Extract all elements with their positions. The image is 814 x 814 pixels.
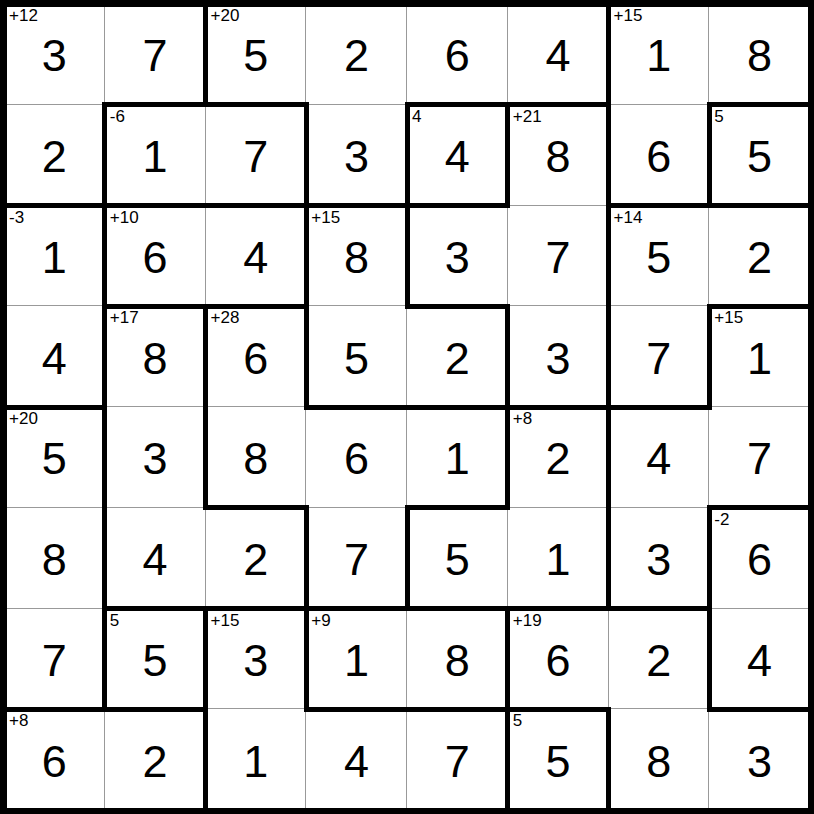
cage-border — [405, 808, 511, 813]
cage-border — [2, 102, 7, 208]
cell-value: 4 — [105, 508, 206, 609]
cage-border — [606, 405, 712, 410]
cell-r2c7[interactable]: 2 — [709, 206, 810, 307]
cage-border — [606, 203, 611, 309]
cell-r2c3[interactable]: +158 — [306, 206, 407, 307]
cage-border — [505, 102, 510, 208]
cage-border — [304, 606, 309, 712]
cell-r4c4[interactable]: 1 — [407, 407, 508, 508]
cell-value: 3 — [709, 709, 810, 810]
cell-r3c3[interactable]: 5 — [306, 306, 407, 407]
cage-border — [707, 203, 813, 208]
cage-border — [808, 2, 813, 108]
cell-r2c0[interactable]: -31 — [4, 206, 105, 307]
cage-border — [606, 707, 611, 813]
cell-r0c3[interactable]: 2 — [306, 4, 407, 105]
cell-r3c2[interactable]: +286 — [206, 306, 307, 407]
cage-clue: +15 — [311, 208, 340, 228]
cage-clue: -2 — [714, 510, 729, 530]
cell-value: 2 — [306, 4, 407, 105]
cell-value: 4 — [709, 609, 810, 710]
cell-r2c2[interactable]: 4 — [206, 206, 307, 307]
cell-value: 4 — [508, 4, 609, 105]
cell-value: 3 — [407, 206, 508, 307]
cell-r3c1[interactable]: +178 — [105, 306, 206, 407]
cage-border — [606, 2, 611, 108]
cage-border — [203, 606, 208, 712]
cell-r5c3[interactable]: 7 — [306, 508, 407, 609]
cell-r6c1[interactable]: 55 — [105, 609, 206, 710]
cell-r0c7[interactable]: 8 — [709, 4, 810, 105]
cell-r6c4[interactable]: 8 — [407, 609, 508, 710]
cell-r3c5[interactable]: 3 — [508, 306, 609, 407]
cage-border — [707, 102, 712, 208]
cell-r1c3[interactable]: 3 — [306, 105, 407, 206]
cell-r0c0[interactable]: +123 — [4, 4, 105, 105]
cell-r7c7[interactable]: 3 — [709, 709, 810, 810]
cage-border — [102, 102, 107, 208]
cell-value: 7 — [306, 508, 407, 609]
cell-r7c4[interactable]: 7 — [407, 709, 508, 810]
cell-value: 7 — [206, 105, 307, 206]
cell-value: 8 — [206, 407, 307, 508]
cage-border — [707, 606, 712, 712]
cell-r0c4[interactable]: 6 — [407, 4, 508, 105]
cage-border — [2, 808, 108, 813]
cage-clue: +15 — [211, 611, 240, 631]
cell-r1c6[interactable]: 6 — [609, 105, 710, 206]
cell-value: 1 — [407, 407, 508, 508]
cage-clue: +9 — [311, 611, 330, 631]
cage-clue: +10 — [110, 208, 139, 228]
cage-border — [203, 505, 309, 510]
cell-value: 5 — [105, 609, 206, 710]
cage-border — [203, 405, 208, 511]
cell-value: 2 — [709, 206, 810, 307]
cell-r5c1[interactable]: 4 — [105, 508, 206, 609]
cage-border — [505, 606, 510, 712]
cage-border — [304, 304, 309, 410]
cell-value: 7 — [407, 709, 508, 810]
cell-value: 6 — [609, 105, 710, 206]
cage-border — [707, 304, 712, 410]
cell-r5c4[interactable]: 5 — [407, 508, 508, 609]
cage-border — [203, 304, 208, 410]
cage-border — [102, 707, 208, 712]
cage-border — [505, 304, 510, 410]
cage-border — [405, 203, 511, 208]
cell-r6c6[interactable]: 2 — [609, 609, 710, 710]
cell-value: 4 — [609, 407, 710, 508]
cage-border — [304, 405, 410, 410]
cell-r4c3[interactable]: 6 — [306, 407, 407, 508]
cage-clue: +28 — [211, 308, 240, 328]
cage-border — [606, 606, 712, 611]
cell-r5c2[interactable]: 2 — [206, 508, 307, 609]
cage-clue: +8 — [513, 409, 532, 429]
cage-clue: +12 — [9, 6, 38, 26]
cell-value: 5 — [407, 508, 508, 609]
cell-value: 2 — [4, 105, 105, 206]
cell-r7c0[interactable]: +86 — [4, 709, 105, 810]
cage-border — [203, 203, 309, 208]
cage-clue: 4 — [412, 107, 421, 127]
cell-r4c6[interactable]: 4 — [609, 407, 710, 508]
cell-r2c5[interactable]: 7 — [508, 206, 609, 307]
cage-clue: -6 — [110, 107, 125, 127]
cage-border — [808, 102, 813, 208]
cage-border — [606, 505, 611, 611]
cell-r7c5[interactable]: 55 — [508, 709, 609, 810]
cage-border — [707, 2, 813, 7]
cage-border — [405, 707, 511, 712]
cell-value: 6 — [306, 407, 407, 508]
cell-value: 7 — [4, 609, 105, 710]
cage-border — [102, 505, 107, 611]
cell-r4c1[interactable]: 3 — [105, 407, 206, 508]
cage-border — [808, 707, 813, 813]
cell-r1c4[interactable]: 44 — [407, 105, 508, 206]
cage-border — [606, 808, 712, 813]
cell-value: 3 — [306, 105, 407, 206]
cage-border — [203, 102, 309, 107]
cage-border — [606, 102, 611, 208]
cell-r3c6[interactable]: 7 — [609, 306, 710, 407]
cell-r1c2[interactable]: 7 — [206, 105, 307, 206]
cage-border — [405, 2, 511, 7]
cage-border — [2, 304, 7, 410]
cage-border — [405, 304, 511, 309]
cage-border — [808, 203, 813, 309]
cell-r5c5[interactable]: 1 — [508, 508, 609, 609]
cell-value: 8 — [709, 4, 810, 105]
cell-r1c7[interactable]: 55 — [709, 105, 810, 206]
cage-border — [2, 505, 7, 611]
cage-border — [505, 2, 611, 7]
cage-border — [808, 505, 813, 611]
cell-value: 3 — [609, 508, 710, 609]
cell-value: 1 — [206, 709, 307, 810]
cage-border — [606, 304, 611, 410]
cell-r3c0[interactable]: 4 — [4, 306, 105, 407]
cage-border — [2, 405, 7, 511]
cell-value: 4 — [306, 709, 407, 810]
cage-border — [505, 405, 510, 511]
cell-r3c7[interactable]: +151 — [709, 306, 810, 407]
cell-value: 7 — [609, 306, 710, 407]
cage-border — [2, 707, 7, 813]
cell-value: 5 — [306, 306, 407, 407]
cell-r6c5[interactable]: +196 — [508, 609, 609, 710]
cage-border — [707, 808, 813, 813]
cage-clue: +14 — [614, 208, 643, 228]
cell-r7c3[interactable]: 4 — [306, 709, 407, 810]
cell-value: 4 — [4, 306, 105, 407]
cage-border — [707, 505, 712, 611]
cell-value: 2 — [105, 709, 206, 810]
cell-value: 3 — [105, 407, 206, 508]
cage-clue: +19 — [513, 611, 542, 631]
cell-value: 8 — [609, 709, 710, 810]
cell-r0c5[interactable]: 4 — [508, 4, 609, 105]
cell-r1c0[interactable]: 2 — [4, 105, 105, 206]
cage-clue: +8 — [9, 711, 28, 731]
cell-value: 1 — [508, 508, 609, 609]
cage-clue: -3 — [9, 208, 24, 228]
cage-border — [102, 203, 107, 309]
cell-r1c5[interactable]: +218 — [508, 105, 609, 206]
cage-border — [505, 808, 611, 813]
cage-border — [203, 2, 208, 108]
cage-border — [304, 707, 410, 712]
cage-clue: +20 — [9, 409, 38, 429]
cage-border — [2, 203, 7, 309]
cage-border — [405, 606, 511, 611]
cage-border — [203, 707, 208, 813]
cage-border — [304, 203, 309, 309]
cell-value: 8 — [407, 609, 508, 710]
cage-border — [304, 2, 410, 7]
cage-border — [102, 606, 107, 712]
cell-r4c2[interactable]: 8 — [206, 407, 307, 508]
cage-clue: 5 — [714, 107, 723, 127]
cell-value: 4 — [206, 206, 307, 307]
cage-clue: +17 — [110, 308, 139, 328]
cell-value: 7 — [508, 206, 609, 307]
cage-border — [606, 405, 611, 511]
cell-r7c1[interactable]: 2 — [105, 709, 206, 810]
cage-clue: +15 — [714, 308, 743, 328]
cell-value: 2 — [206, 508, 307, 609]
cage-border — [808, 405, 813, 511]
cage-border — [405, 102, 410, 208]
cage-border — [405, 405, 511, 410]
cage-border — [304, 102, 309, 208]
cell-r4c7[interactable]: 7 — [709, 407, 810, 508]
cage-border — [405, 203, 410, 309]
cell-value: 8 — [4, 508, 105, 609]
cell-value: 5 — [709, 105, 810, 206]
cell-r2c1[interactable]: +106 — [105, 206, 206, 307]
calcudoku-board: +1237+205264+15182-617344+218655-31+1064… — [0, 0, 814, 814]
cell-r2c6[interactable]: +145 — [609, 206, 710, 307]
cell-r0c6[interactable]: +151 — [609, 4, 710, 105]
cage-border — [203, 808, 309, 813]
cell-value: 3 — [508, 306, 609, 407]
cage-clue: +21 — [513, 107, 542, 127]
cage-border — [405, 505, 410, 611]
cage-border — [304, 808, 410, 813]
cell-r6c2[interactable]: +153 — [206, 609, 307, 710]
cage-border — [405, 505, 511, 510]
cage-border — [102, 304, 107, 410]
cage-clue: +15 — [614, 6, 643, 26]
cage-border — [102, 2, 208, 7]
cage-border — [505, 707, 510, 813]
cage-border — [808, 304, 813, 410]
cell-value: 5 — [508, 709, 609, 810]
cell-r6c0[interactable]: 7 — [4, 609, 105, 710]
cage-clue: 5 — [110, 611, 119, 631]
cell-r1c1[interactable]: -61 — [105, 105, 206, 206]
cage-border — [707, 707, 813, 712]
cell-value: 4 — [407, 105, 508, 206]
cage-border — [102, 405, 107, 511]
cell-value: 6 — [407, 4, 508, 105]
cell-value: 7 — [709, 407, 810, 508]
cell-value: 2 — [609, 609, 710, 710]
cell-r7c2[interactable]: 1 — [206, 709, 307, 810]
cell-r4c0[interactable]: +205 — [4, 407, 105, 508]
cage-border — [102, 808, 208, 813]
cage-border — [304, 505, 309, 611]
cell-r5c6[interactable]: 3 — [609, 508, 710, 609]
cell-r0c2[interactable]: +205 — [206, 4, 307, 105]
cage-clue: +20 — [211, 6, 240, 26]
cell-r5c0[interactable]: 8 — [4, 508, 105, 609]
cell-r3c4[interactable]: 2 — [407, 306, 508, 407]
cell-r0c1[interactable]: 7 — [105, 4, 206, 105]
cell-r6c7[interactable]: 4 — [709, 609, 810, 710]
cell-r2c4[interactable]: 3 — [407, 206, 508, 307]
cell-r6c3[interactable]: +91 — [306, 609, 407, 710]
cell-value: 7 — [105, 4, 206, 105]
cell-r5c7[interactable]: -26 — [709, 508, 810, 609]
cell-r4c5[interactable]: +82 — [508, 407, 609, 508]
cell-value: 2 — [407, 306, 508, 407]
cage-border — [808, 606, 813, 712]
cage-clue: 5 — [513, 711, 522, 731]
cell-r7c6[interactable]: 8 — [609, 709, 710, 810]
cage-border — [2, 606, 7, 712]
cage-border — [2, 2, 7, 108]
